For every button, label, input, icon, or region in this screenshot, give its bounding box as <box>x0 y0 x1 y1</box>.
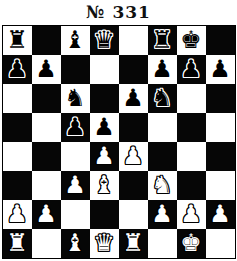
white-rook-e1: ♜ <box>122 229 144 258</box>
square-g7[interactable]: ♟ <box>177 55 206 84</box>
square-d2[interactable] <box>90 200 119 229</box>
square-b4[interactable] <box>32 142 61 171</box>
black-bishop-c8: ♝ <box>64 26 86 55</box>
square-c2[interactable] <box>61 200 90 229</box>
black-knight-f6: ♞ <box>151 84 173 113</box>
black-pawn-h7: ♟ <box>209 55 231 84</box>
square-g4[interactable] <box>177 142 206 171</box>
square-f7[interactable]: ♟ <box>148 55 177 84</box>
square-e8[interactable] <box>119 26 148 55</box>
white-bishop-c1: ♝ <box>64 229 86 258</box>
black-pawn-c5: ♟ <box>64 113 86 142</box>
square-b6[interactable] <box>32 84 61 113</box>
white-pawn-e4: ♟ <box>122 142 144 171</box>
square-h2[interactable]: ♟ <box>206 200 235 229</box>
puzzle-number-title: № 331 <box>0 0 237 25</box>
white-rook-a1: ♜ <box>6 229 28 258</box>
white-pawn-g2: ♟ <box>180 200 202 229</box>
square-b3[interactable] <box>32 171 61 200</box>
square-d8[interactable]: ♛ <box>90 26 119 55</box>
white-pawn-h2: ♟ <box>209 200 231 229</box>
square-a5[interactable] <box>3 113 32 142</box>
black-queen-d8: ♛ <box>93 26 115 55</box>
square-h3[interactable] <box>206 171 235 200</box>
square-g2[interactable]: ♟ <box>177 200 206 229</box>
square-h7[interactable]: ♟ <box>206 55 235 84</box>
square-d7[interactable] <box>90 55 119 84</box>
square-e2[interactable] <box>119 200 148 229</box>
square-e5[interactable] <box>119 113 148 142</box>
square-a3[interactable] <box>3 171 32 200</box>
square-h5[interactable] <box>206 113 235 142</box>
square-d6[interactable] <box>90 84 119 113</box>
black-pawn-b7: ♟ <box>35 55 57 84</box>
square-a4[interactable] <box>3 142 32 171</box>
white-pawn-f2: ♟ <box>151 200 173 229</box>
white-pawn-b2: ♟ <box>35 200 57 229</box>
square-b5[interactable] <box>32 113 61 142</box>
square-h8[interactable] <box>206 26 235 55</box>
black-king-g8: ♚ <box>180 26 202 55</box>
square-d3[interactable]: ♝ <box>90 171 119 200</box>
black-rook-f8: ♜ <box>151 26 173 55</box>
black-pawn-f7: ♟ <box>151 55 173 84</box>
black-pawn-e6: ♟ <box>122 84 144 113</box>
square-e3[interactable] <box>119 171 148 200</box>
square-g6[interactable] <box>177 84 206 113</box>
black-pawn-g7: ♟ <box>180 55 202 84</box>
square-e6[interactable]: ♟ <box>119 84 148 113</box>
square-c4[interactable] <box>61 142 90 171</box>
square-b7[interactable]: ♟ <box>32 55 61 84</box>
black-knight-c6: ♞ <box>64 84 86 113</box>
square-b2[interactable]: ♟ <box>32 200 61 229</box>
square-f3[interactable]: ♞ <box>148 171 177 200</box>
square-a2[interactable]: ♟ <box>3 200 32 229</box>
white-queen-d1: ♛ <box>93 229 115 258</box>
white-pawn-a2: ♟ <box>6 200 28 229</box>
square-g5[interactable] <box>177 113 206 142</box>
square-a8[interactable]: ♜ <box>3 26 32 55</box>
square-f1[interactable] <box>148 229 177 258</box>
white-bishop-d3: ♝ <box>93 171 115 200</box>
square-g1[interactable]: ♚ <box>177 229 206 258</box>
square-h6[interactable] <box>206 84 235 113</box>
square-c1[interactable]: ♝ <box>61 229 90 258</box>
square-f5[interactable] <box>148 113 177 142</box>
square-h1[interactable] <box>206 229 235 258</box>
square-b1[interactable] <box>32 229 61 258</box>
square-f2[interactable]: ♟ <box>148 200 177 229</box>
square-c8[interactable]: ♝ <box>61 26 90 55</box>
square-d1[interactable]: ♛ <box>90 229 119 258</box>
square-d5[interactable]: ♟ <box>90 113 119 142</box>
square-c7[interactable] <box>61 55 90 84</box>
square-f8[interactable]: ♜ <box>148 26 177 55</box>
square-a7[interactable]: ♟ <box>3 55 32 84</box>
white-king-g1: ♚ <box>180 229 202 258</box>
square-g3[interactable] <box>177 171 206 200</box>
square-a6[interactable] <box>3 84 32 113</box>
square-e4[interactable]: ♟ <box>119 142 148 171</box>
white-pawn-c3: ♟ <box>64 171 86 200</box>
square-c6[interactable]: ♞ <box>61 84 90 113</box>
white-pawn-d4: ♟ <box>93 142 115 171</box>
square-e1[interactable]: ♜ <box>119 229 148 258</box>
white-knight-f3: ♞ <box>151 171 173 200</box>
black-rook-a8: ♜ <box>6 26 28 55</box>
square-f4[interactable] <box>148 142 177 171</box>
square-b8[interactable] <box>32 26 61 55</box>
square-g8[interactable]: ♚ <box>177 26 206 55</box>
square-a1[interactable]: ♜ <box>3 229 32 258</box>
square-c3[interactable]: ♟ <box>61 171 90 200</box>
chess-board: ♜♝♛♜♚♟♟♟♟♟♞♟♞♟♟♟♟♟♝♞♟♟♟♟♟♜♝♛♜♚ <box>2 25 236 259</box>
square-c5[interactable]: ♟ <box>61 113 90 142</box>
square-e7[interactable] <box>119 55 148 84</box>
square-f6[interactable]: ♞ <box>148 84 177 113</box>
square-d4[interactable]: ♟ <box>90 142 119 171</box>
black-pawn-d5: ♟ <box>93 113 115 142</box>
black-pawn-a7: ♟ <box>6 55 28 84</box>
square-h4[interactable] <box>206 142 235 171</box>
puzzle-page: № 331 ♜♝♛♜♚♟♟♟♟♟♞♟♞♟♟♟♟♟♝♞♟♟♟♟♟♜♝♛♜♚ <box>0 0 237 261</box>
